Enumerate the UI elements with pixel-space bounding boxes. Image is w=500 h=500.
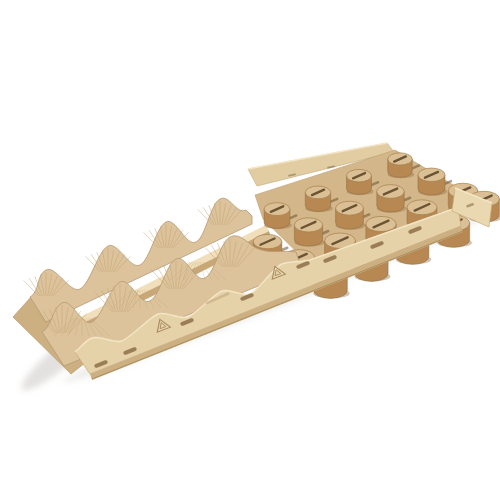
peg <box>294 218 325 247</box>
peg <box>418 168 447 196</box>
wooden-tray-photo-svg <box>0 0 500 500</box>
peg <box>264 203 292 230</box>
peg <box>305 186 332 212</box>
peg <box>388 153 414 178</box>
peg <box>377 185 407 213</box>
peg <box>347 169 374 195</box>
peg <box>335 201 365 229</box>
product-photo <box>0 0 500 500</box>
